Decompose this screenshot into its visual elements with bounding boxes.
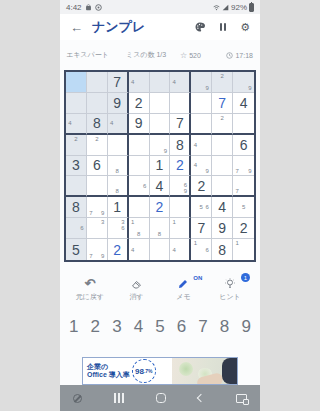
pencil-notes: 1: [233, 239, 254, 260]
given-digit: 9: [218, 221, 226, 235]
cell-r5c9[interactable]: 79: [233, 156, 254, 177]
cell-r6c1[interactable]: [66, 176, 87, 197]
cell-r4c8[interactable]: [212, 135, 233, 156]
settings-gear-button[interactable]: ⚙: [240, 22, 250, 33]
cell-r9c6[interactable]: 4: [170, 239, 191, 260]
pencil-notes: 2: [66, 135, 86, 155]
cell-r7c3[interactable]: 1: [108, 197, 129, 218]
cell-r8c8[interactable]: 9: [212, 218, 233, 239]
number-pad: 123456789: [60, 312, 260, 342]
cell-r2c6[interactable]: [170, 93, 191, 114]
numpad-7[interactable]: 7: [193, 317, 213, 337]
given-digit: 8: [72, 200, 80, 214]
ad-line1: 企業の: [87, 363, 130, 371]
cell-r2c2[interactable]: [87, 93, 108, 114]
action-toolbar: ↶ 元に戻す 消す ON メモ 1 ヒント: [60, 276, 260, 308]
mistakes-counter: ミスの数 1/3: [126, 50, 166, 60]
cell-r8c9[interactable]: 2: [233, 218, 254, 239]
numpad-6[interactable]: 6: [172, 317, 192, 337]
cell-r5c8[interactable]: [212, 156, 233, 177]
cell-r8c1[interactable]: 6: [66, 218, 87, 239]
ad-stat-badge: 98.7%: [132, 359, 156, 383]
given-digit: 5: [72, 243, 80, 257]
given-digit: 4: [240, 96, 248, 110]
signal-icon: [222, 4, 229, 11]
cell-r9c7[interactable]: 16: [191, 239, 212, 260]
game-info-bar: エキスパート ミスの数 1/3 ☆ 520 17:18: [60, 48, 260, 62]
user-digit: 2: [176, 158, 184, 172]
cell-r8c2[interactable]: 3: [87, 218, 108, 239]
ad-line2: Office 導入率: [87, 371, 130, 379]
cell-r6c9[interactable]: 7: [233, 176, 254, 197]
battery-icon: [249, 3, 254, 12]
cell-r1c4[interactable]: 4: [129, 72, 150, 93]
ad-photo: [172, 358, 237, 384]
given-digit: 4: [156, 179, 164, 193]
cell-r1c9[interactable]: 9: [233, 72, 254, 93]
pencil-notes: 8: [150, 218, 170, 238]
given-digit: 1: [113, 200, 121, 214]
cell-r1c2[interactable]: [87, 72, 108, 93]
numpad-1[interactable]: 1: [64, 317, 84, 337]
cell-r8c4[interactable]: 18: [129, 218, 150, 239]
pencil-notes: 9: [233, 72, 254, 92]
cell-r3c6[interactable]: 7: [170, 114, 191, 135]
given-digit: 7: [176, 116, 184, 130]
wifi-icon: [213, 4, 220, 11]
cell-r4c1[interactable]: 2: [66, 135, 87, 156]
given-digit: 7: [113, 75, 121, 89]
given-digit: 9: [135, 116, 143, 130]
pencil-notes: 9: [150, 135, 170, 155]
pencil-notes: 79: [87, 197, 107, 217]
pencil-notes: 6: [66, 218, 86, 238]
given-digit: 8: [218, 243, 226, 257]
cell-r8c5[interactable]: 8: [150, 218, 171, 239]
pencil-notes: 8: [108, 156, 127, 176]
undo-button[interactable]: ↶ 元に戻す: [73, 276, 107, 308]
cell-r2c3[interactable]: 9: [108, 93, 129, 114]
cell-r3c4[interactable]: 9: [129, 114, 150, 135]
ad-banner[interactable]: 企業の Office 導入率 98.7%: [82, 357, 238, 385]
cell-r7c8[interactable]: 4: [212, 197, 233, 218]
given-digit: 2: [135, 96, 143, 110]
app-bar: ← ナンプレ ⚙: [60, 14, 260, 40]
numpad-4[interactable]: 4: [128, 317, 148, 337]
cell-r5c7[interactable]: 49: [191, 156, 212, 177]
score-value: 520: [189, 52, 201, 59]
cell-r1c1[interactable]: [66, 72, 87, 93]
timer-clock-icon: [226, 52, 233, 59]
user-digit: 2: [113, 243, 121, 257]
hint-count-badge: 1: [241, 273, 250, 282]
eraser-icon: [130, 278, 143, 290]
pencil-notes: 4: [66, 114, 86, 133]
cell-r6c8[interactable]: [212, 176, 233, 197]
pencil-notes: 49: [191, 156, 211, 176]
pencil-notes: 5: [233, 197, 254, 217]
cell-r1c8[interactable]: 2: [212, 72, 233, 93]
pencil-notes: 69: [170, 176, 189, 195]
given-digit: 8: [93, 116, 101, 130]
pencil-notes: 36: [108, 218, 127, 238]
pencil-notes: 2: [212, 114, 232, 133]
pause-button[interactable]: [220, 23, 226, 31]
cell-r2c1[interactable]: [66, 93, 87, 114]
cell-r5c1[interactable]: 3: [66, 156, 87, 177]
pencil-notes: 6: [129, 176, 149, 195]
cell-r9c5[interactable]: [150, 239, 171, 260]
cell-r2c4[interactable]: 2: [129, 93, 150, 114]
clock-time: 4:42: [66, 3, 82, 12]
cell-r2c9[interactable]: 4: [233, 93, 254, 114]
cell-r7c6[interactable]: [170, 197, 191, 218]
screen-capture-button[interactable]: [236, 394, 247, 403]
cell-r4c7[interactable]: 4: [191, 135, 212, 156]
lightbulb-icon: [224, 277, 236, 290]
cell-r7c1[interactable]: 8: [66, 197, 87, 218]
notification-app-icon: [95, 4, 102, 11]
cell-r9c1[interactable]: 5: [66, 239, 87, 260]
cell-r2c8[interactable]: 7: [212, 93, 233, 114]
pencil-notes: 2: [87, 135, 107, 155]
cell-r3c1[interactable]: 4: [66, 114, 87, 135]
pencil-notes: 4: [129, 239, 149, 260]
sudoku-app: 4:42 92% ← ナンプレ ⚙ エキスパート ミスの数 1/3 ☆ 520: [60, 0, 260, 411]
memo-on-badge: ON: [193, 275, 202, 281]
cell-r9c3[interactable]: 2: [108, 239, 129, 260]
pencil-notes: 18: [129, 218, 149, 238]
given-digit: 4: [218, 200, 226, 214]
user-digit: 7: [218, 96, 226, 110]
home-button[interactable]: [156, 393, 166, 403]
pencil-icon: [177, 278, 189, 290]
cell-r2c7[interactable]: [191, 93, 212, 114]
notification-bag-icon: [85, 4, 92, 11]
cell-r9c9[interactable]: 1: [233, 239, 254, 260]
given-digit: 3: [72, 158, 80, 172]
spen-icon[interactable]: [73, 394, 82, 403]
cell-r5c2[interactable]: 6: [87, 156, 108, 177]
cell-r3c2[interactable]: 8: [87, 114, 108, 135]
cell-r6c5[interactable]: 4: [150, 176, 171, 197]
given-digit: 6: [93, 158, 101, 172]
given-digit: 8: [176, 138, 184, 152]
difficulty-label: エキスパート: [66, 50, 109, 60]
given-digit: 2: [240, 221, 248, 235]
page-title: ナンプレ: [92, 18, 145, 36]
cell-r2c5[interactable]: [150, 93, 171, 114]
android-nav-bar: [60, 385, 260, 411]
cell-r5c6[interactable]: 2: [170, 156, 191, 177]
cell-r8c6[interactable]: 1: [170, 218, 191, 239]
numpad-8[interactable]: 8: [215, 317, 235, 337]
cell-r7c7[interactable]: 56: [191, 197, 212, 218]
cell-r5c5[interactable]: 1: [150, 156, 171, 177]
sudoku-grid: 7449299274484972229846368124979864692787…: [64, 70, 256, 262]
pencil-notes: 56: [191, 197, 211, 217]
cell-r3c3[interactable]: 4: [108, 114, 129, 135]
cell-r1c3[interactable]: 7: [108, 72, 129, 93]
pencil-notes: 7: [233, 176, 254, 195]
cell-r7c9[interactable]: 5: [233, 197, 254, 218]
pencil-notes: 2: [212, 72, 232, 92]
given-digit: 1: [156, 158, 164, 172]
cell-r8c7[interactable]: 7: [191, 218, 212, 239]
pencil-notes: 8: [108, 176, 127, 195]
memo-toggle-button[interactable]: ON メモ: [166, 276, 200, 308]
cell-r4c9[interactable]: 6: [233, 135, 254, 156]
numpad-3[interactable]: 3: [107, 317, 127, 337]
numpad-2[interactable]: 2: [85, 317, 105, 337]
back-button[interactable]: ←: [70, 21, 83, 34]
pencil-notes: 79: [233, 156, 254, 176]
battery-percent: 92%: [231, 3, 247, 12]
cell-r7c2[interactable]: 79: [87, 197, 108, 218]
numpad-5[interactable]: 5: [150, 317, 170, 337]
cell-r6c7[interactable]: 2: [191, 176, 212, 197]
recents-button[interactable]: [114, 393, 124, 403]
cell-r3c9[interactable]: [233, 114, 254, 135]
given-digit: 2: [197, 179, 205, 193]
pencil-notes: 3: [87, 218, 107, 238]
cell-r7c4[interactable]: [129, 197, 150, 218]
cell-r5c3[interactable]: 8: [108, 156, 129, 177]
cell-r1c7[interactable]: 9: [191, 72, 212, 93]
cell-r9c8[interactable]: 8: [212, 239, 233, 260]
cell-r7c5[interactable]: 2: [150, 197, 171, 218]
cell-r1c6[interactable]: 4: [170, 72, 191, 93]
score-star-icon: ☆: [180, 51, 187, 60]
timer-value: 17:18: [235, 52, 253, 59]
undo-icon: ↶: [85, 278, 96, 290]
pencil-notes: 4: [108, 114, 127, 133]
cell-r9c4[interactable]: 4: [129, 239, 150, 260]
pencil-notes: 9: [191, 72, 211, 92]
pencil-notes: 4: [129, 72, 149, 92]
cell-r6c3[interactable]: 8: [108, 176, 129, 197]
user-digit: 2: [156, 200, 164, 214]
cell-r8c3[interactable]: 36: [108, 218, 129, 239]
pencil-notes: 1: [170, 218, 189, 238]
cell-r4c6[interactable]: 8: [170, 135, 191, 156]
pencil-notes: 4: [170, 72, 189, 92]
cell-r9c2[interactable]: 79: [87, 239, 108, 260]
cell-r4c5[interactable]: 9: [150, 135, 171, 156]
erase-button[interactable]: 消す: [120, 276, 154, 308]
cell-r4c3[interactable]: [108, 135, 129, 156]
cell-r6c6[interactable]: 69: [170, 176, 191, 197]
cell-r3c7[interactable]: [191, 114, 212, 135]
status-bar: 4:42 92%: [60, 0, 260, 14]
cell-r1c5[interactable]: [150, 72, 171, 93]
pencil-notes: 4: [170, 239, 189, 260]
theme-palette-button[interactable]: [194, 21, 206, 33]
cell-r4c4[interactable]: [129, 135, 150, 156]
cell-r3c5[interactable]: [150, 114, 171, 135]
cell-r3c8[interactable]: 2: [212, 114, 233, 135]
pencil-notes: 4: [191, 135, 211, 155]
pencil-notes: 79: [87, 239, 107, 260]
given-digit: 7: [197, 221, 205, 235]
cell-r5c4[interactable]: [129, 156, 150, 177]
cell-r6c4[interactable]: 6: [129, 176, 150, 197]
given-digit: 6: [240, 138, 248, 152]
nav-back-button[interactable]: [198, 395, 204, 401]
pencil-notes: 16: [191, 239, 211, 260]
cell-r4c2[interactable]: 2: [87, 135, 108, 156]
numpad-9[interactable]: 9: [236, 317, 256, 337]
given-digit: 9: [113, 96, 121, 110]
hint-button[interactable]: 1 ヒント: [213, 276, 247, 308]
cell-r6c2[interactable]: [87, 176, 108, 197]
